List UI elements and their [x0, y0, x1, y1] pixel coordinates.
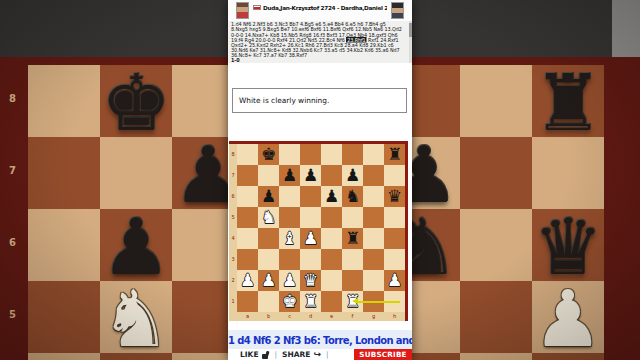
- square-b4: [258, 228, 279, 249]
- diagram-board: 87654321 ♚♜♟♟♟♟♟♞♛♞♝♟♜♟♟♟♛♟♚♜♜ abcdefgh: [229, 141, 408, 321]
- square-a5: [237, 207, 258, 228]
- divider: |: [326, 350, 329, 359]
- square-h7: [384, 165, 405, 186]
- white-pawn-b2: ♟: [258, 270, 279, 291]
- square-h8: ♜: [384, 144, 405, 165]
- diagram-file-label: b: [263, 314, 274, 319]
- bg-rank-label-6: 6: [9, 237, 23, 248]
- square-f8: [342, 144, 363, 165]
- square-d1: ♜: [300, 291, 321, 312]
- square-b7: [258, 165, 279, 186]
- white-rook-d1: ♜: [300, 291, 321, 312]
- diagram-file-label: f: [347, 314, 358, 319]
- share-label: SHARE: [282, 350, 310, 359]
- bg-white-knight-b5: ♞: [100, 281, 172, 353]
- subscribe-button[interactable]: SUBSCRIBE: [354, 349, 412, 360]
- square-d6: [300, 186, 321, 207]
- square-g4: [363, 228, 384, 249]
- black-pawn-e6: ♟: [321, 186, 342, 207]
- square-g3: [363, 249, 384, 270]
- diagram-file-label: a: [242, 314, 253, 319]
- square-e5: [321, 207, 342, 228]
- last-move-arrow: [358, 301, 400, 303]
- bg-rank-label-8: 8: [9, 93, 23, 104]
- diagram-rank-labels: 87654321: [229, 144, 237, 312]
- square-b1: [258, 291, 279, 312]
- square-c8: [279, 144, 300, 165]
- white-king-c1: ♚: [279, 291, 300, 312]
- white-pawn-h2: ♟: [384, 270, 405, 291]
- diagram-grid: ♚♜♟♟♟♟♟♞♛♞♝♟♜♟♟♟♛♟♚♜♜: [237, 144, 405, 312]
- diagram-rank-label: 4: [231, 233, 235, 244]
- square-a4: [237, 228, 258, 249]
- diagram-rank-label: 2: [231, 275, 235, 286]
- square-h3: [384, 249, 405, 270]
- annotation-text: White is clearly winning.: [239, 96, 329, 105]
- square-g7: [363, 165, 384, 186]
- square-a7: [237, 165, 258, 186]
- square-c2: ♟: [279, 270, 300, 291]
- divider: |: [275, 350, 278, 359]
- diagram-file-label: h: [389, 314, 400, 319]
- players-row: Duda,Jan-Krzysztof 2724 - Dardha,Daniel …: [253, 3, 387, 11]
- bg-rank-label-7: 7: [9, 165, 23, 176]
- black-king-b8: ♚: [258, 144, 279, 165]
- poland-flag-icon: [253, 5, 261, 10]
- square-e2: [321, 270, 342, 291]
- square-d4: ♟: [300, 228, 321, 249]
- square-c5: [279, 207, 300, 228]
- diagram-file-label: g: [368, 314, 379, 319]
- white-player-photo: [236, 2, 249, 19]
- square-f3: [342, 249, 363, 270]
- square-a8: [237, 144, 258, 165]
- square-h2: ♟: [384, 270, 405, 291]
- square-c7: ♟: [279, 165, 300, 186]
- square-e7: [321, 165, 342, 186]
- moves-scrollbar[interactable]: [409, 21, 412, 63]
- event-row: A47 Titled Tue 7th Mar Late chess.com IN…: [253, 12, 408, 19]
- black-pawn-f7: ♟: [342, 165, 363, 186]
- last-move-arrow-head: [352, 298, 358, 304]
- action-bar: LIKE | SHARE ↪ | SUBSCRIBE: [228, 349, 412, 360]
- move-list: 1.d4 Nf6 2.Nf3 b6 3.Nc3 Bb7 4.Bg5 e6 5.e…: [228, 21, 412, 63]
- square-b8: ♚: [258, 144, 279, 165]
- square-a2: ♟: [237, 270, 258, 291]
- black-queen-h6: ♛: [384, 186, 405, 207]
- like-label: LIKE: [240, 350, 259, 359]
- video-caption-bar: 1 d4 Nf6 2 Nf3 b6: Torre, London and Col…: [228, 330, 412, 349]
- diagram-rank-label: 8: [231, 149, 235, 160]
- white-knight-b5: ♞: [258, 207, 279, 228]
- square-g5: [363, 207, 384, 228]
- square-d5: [300, 207, 321, 228]
- bg-black-rook-h8: ♜: [532, 65, 604, 137]
- white-bishop-c4: ♝: [279, 228, 300, 249]
- bg-white-pawn-h5: ♟: [532, 281, 604, 353]
- square-f7: ♟: [342, 165, 363, 186]
- diagram-file-label: c: [284, 314, 295, 319]
- square-a1: [237, 291, 258, 312]
- square-g2: [363, 270, 384, 291]
- players-line: Duda,Jan-Krzysztof 2724 - Dardha,Daniel …: [263, 4, 387, 11]
- square-g8: [363, 144, 384, 165]
- diagram-rank-label: 6: [231, 191, 235, 202]
- square-b5: ♞: [258, 207, 279, 228]
- square-e8: [321, 144, 342, 165]
- square-d2: ♛: [300, 270, 321, 291]
- square-a6: [237, 186, 258, 207]
- share-button[interactable]: SHARE ↪: [282, 350, 321, 359]
- diagram-rank-label: 1: [231, 296, 235, 307]
- square-h6: ♛: [384, 186, 405, 207]
- square-b2: ♟: [258, 270, 279, 291]
- square-a3: [237, 249, 258, 270]
- square-f2: [342, 270, 363, 291]
- annotation-box: White is clearly winning.: [232, 88, 407, 113]
- black-pawn-c7: ♟: [279, 165, 300, 186]
- square-b6: ♟: [258, 186, 279, 207]
- square-g6: [363, 186, 384, 207]
- square-c6: [279, 186, 300, 207]
- black-rook-h8: ♜: [384, 144, 405, 165]
- caption-text: 1 d4 Nf6 2 Nf3 b6: Torre, London and Col…: [228, 334, 412, 346]
- square-e4: [321, 228, 342, 249]
- square-d7: ♟: [300, 165, 321, 186]
- diagram-rank-label: 3: [231, 254, 235, 265]
- square-h5: [384, 207, 405, 228]
- square-h4: [384, 228, 405, 249]
- bg-black-queen-h6: ♛: [532, 209, 604, 281]
- bg-black-pawn-b6: ♟: [100, 209, 172, 281]
- square-f5: [342, 207, 363, 228]
- event-line: A47 Titled Tue 7th Mar Late chess.com IN…: [253, 18, 408, 19]
- square-e6: ♟: [321, 186, 342, 207]
- black-knight-f6: ♞: [342, 186, 363, 207]
- bg-rank-label-5: 5: [9, 309, 23, 320]
- square-b3: [258, 249, 279, 270]
- square-c1: ♚: [279, 291, 300, 312]
- game-header: Duda,Jan-Krzysztof 2724 - Dardha,Daniel …: [228, 0, 412, 21]
- square-e3: [321, 249, 342, 270]
- white-pawn-a2: ♟: [237, 270, 258, 291]
- diagram-file-label: e: [326, 314, 337, 319]
- diagram-rank-label: 7: [231, 170, 235, 181]
- white-pawn-d4: ♟: [300, 228, 321, 249]
- black-pawn-b6: ♟: [258, 186, 279, 207]
- square-d8: [300, 144, 321, 165]
- square-d3: [300, 249, 321, 270]
- result-text: 1-0: [231, 58, 411, 63]
- white-queen-d2: ♛: [300, 270, 321, 291]
- black-pawn-d7: ♟: [300, 165, 321, 186]
- square-f6: ♞: [342, 186, 363, 207]
- diagram-file-labels: abcdefgh: [237, 312, 405, 321]
- share-arrow-icon: ↪: [313, 350, 321, 359]
- square-c4: ♝: [279, 228, 300, 249]
- analysis-panel: Duda,Jan-Krzysztof 2724 - Dardha,Daniel …: [228, 0, 412, 360]
- diagram-file-label: d: [305, 314, 316, 319]
- square-f4: ♜: [342, 228, 363, 249]
- square-e1: [321, 291, 342, 312]
- bg-black-king-b8: ♚: [100, 65, 172, 137]
- diagram-rank-label: 5: [231, 212, 235, 223]
- thumbs-up-icon: [262, 351, 270, 359]
- background-wall: [612, 0, 640, 57]
- like-button[interactable]: LIKE: [240, 350, 270, 359]
- black-rook-f4: ♜: [342, 228, 363, 249]
- square-c3: [279, 249, 300, 270]
- white-pawn-c2: ♟: [279, 270, 300, 291]
